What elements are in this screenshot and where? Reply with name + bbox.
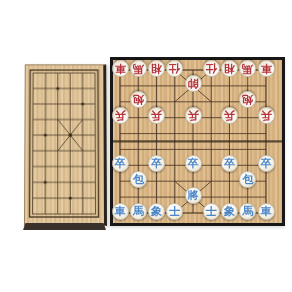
xiangqi-board: 車馬相仕仕相馬車帥炮炮兵兵兵兵兵卒卒卒卒卒包包將車馬象士士象馬車: [110, 57, 285, 226]
xiangqi-piece-blue[interactable]: 卒: [258, 155, 275, 172]
xiangqi-piece-red[interactable]: 車: [258, 60, 275, 77]
xiangqi-piece-blue[interactable]: 馬: [130, 203, 147, 220]
xiangqi-piece-blue[interactable]: 卒: [221, 155, 238, 172]
xiangqi-piece-red[interactable]: 相: [148, 60, 165, 77]
xiangqi-piece-blue[interactable]: 士: [203, 203, 220, 220]
xiangqi-piece-blue[interactable]: 卒: [185, 155, 202, 172]
xiangqi-piece-red[interactable]: 車: [112, 60, 129, 77]
xiangqi-piece-red[interactable]: 兵: [148, 107, 165, 124]
xiangqi-piece-blue[interactable]: 車: [258, 203, 275, 220]
xiangqi-piece-red[interactable]: 兵: [258, 107, 275, 124]
xiangqi-piece-blue[interactable]: 象: [148, 203, 165, 220]
xiangqi-piece-red[interactable]: 兵: [221, 107, 238, 124]
xiangqi-piece-blue[interactable]: 卒: [148, 155, 165, 172]
xiangqi-piece-blue[interactable]: 包: [130, 171, 147, 188]
xiangqi-piece-blue[interactable]: 將: [185, 187, 202, 204]
xiangqi-piece-blue[interactable]: 車: [112, 203, 129, 220]
xiangqi-piece-red[interactable]: 相: [221, 60, 238, 77]
xiangqi-piece-blue[interactable]: 包: [239, 171, 256, 188]
xiangqi-piece-blue[interactable]: 馬: [239, 203, 256, 220]
xiangqi-piece-red[interactable]: 帥: [185, 75, 202, 92]
xiangqi-piece-blue[interactable]: 象: [221, 203, 238, 220]
board-edge: [23, 223, 106, 230]
product-photo: 車馬相仕仕相馬車帥炮炮兵兵兵兵兵卒卒卒卒卒包包將車馬象士士象馬車: [0, 0, 292, 292]
xiangqi-piece-blue[interactable]: 士: [166, 203, 183, 220]
xiangqi-piece-blue[interactable]: 卒: [112, 155, 129, 172]
xiangqi-piece-red[interactable]: 馬: [130, 60, 147, 77]
board-surface: 車馬相仕仕相馬車帥炮炮兵兵兵兵兵卒卒卒卒卒包包將車馬象士士象馬車: [113, 60, 282, 223]
xiangqi-piece-red[interactable]: 兵: [112, 107, 129, 124]
xiangqi-piece-red[interactable]: 馬: [239, 60, 256, 77]
xiangqi-piece-red[interactable]: 炮: [239, 91, 256, 108]
folded-board-grid: [25, 65, 104, 225]
pieces-layer: 車馬相仕仕相馬車帥炮炮兵兵兵兵兵卒卒卒卒卒包包將車馬象士士象馬車: [113, 60, 282, 223]
xiangqi-piece-red[interactable]: 兵: [185, 107, 202, 124]
folded-board: [24, 64, 107, 226]
xiangqi-piece-red[interactable]: 仕: [203, 60, 220, 77]
xiangqi-piece-red[interactable]: 仕: [166, 60, 183, 77]
xiangqi-piece-red[interactable]: 炮: [130, 91, 147, 108]
